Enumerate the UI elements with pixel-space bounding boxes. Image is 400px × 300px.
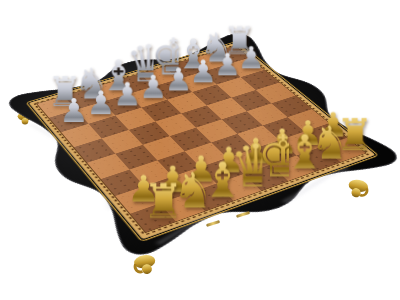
- gold-rook-glyph: ♜: [142, 179, 176, 224]
- silver-pawn-glyph: ♟: [59, 95, 89, 126]
- silver-pawn-glyph: ♟: [139, 72, 168, 102]
- chess-board-assembly: ♜♞♝♛♚♝♞♜♟♟♟♟♟♟♟♟♟♟♟♟♟♟♟♟♜♞♝♛♚♝♞♜: [37, 46, 365, 232]
- silver-pawn-glyph: ♟: [213, 50, 241, 79]
- silver-pawn-glyph: ♟: [164, 64, 193, 94]
- silver-pawn-glyph: ♟: [113, 79, 142, 110]
- silver-pawn-glyph: ♟: [86, 87, 116, 118]
- product-photo-chess-set: ♜♞♝♛♚♝♞♜♟♟♟♟♟♟♟♟♟♟♟♟♟♟♟♟♜♞♝♛♚♝♞♜: [0, 0, 400, 300]
- silver-pawn-glyph: ♟: [189, 57, 217, 87]
